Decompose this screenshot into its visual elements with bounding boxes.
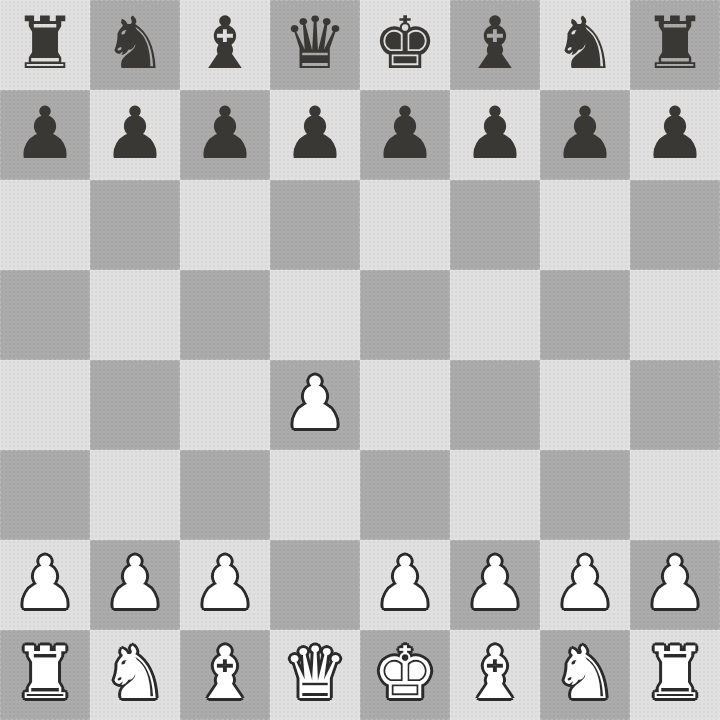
white-bishop-f1[interactable]: ♝ — [463, 637, 528, 709]
square-f3[interactable] — [450, 450, 540, 540]
square-a8[interactable]: ♜ — [0, 0, 90, 90]
square-b7[interactable]: ♟ — [90, 90, 180, 180]
square-f5[interactable] — [450, 270, 540, 360]
white-pawn-g2[interactable]: ♟ — [553, 547, 618, 619]
square-a1[interactable]: ♜ — [0, 630, 90, 720]
square-a2[interactable]: ♟ — [0, 540, 90, 630]
square-d1[interactable]: ♛ — [270, 630, 360, 720]
white-knight-g1[interactable]: ♞ — [553, 637, 618, 709]
square-g8[interactable]: ♞ — [540, 0, 630, 90]
square-f1[interactable]: ♝ — [450, 630, 540, 720]
black-king-e8[interactable]: ♚ — [373, 7, 438, 79]
square-e5[interactable] — [360, 270, 450, 360]
square-a3[interactable] — [0, 450, 90, 540]
square-d5[interactable] — [270, 270, 360, 360]
black-pawn-h7[interactable]: ♟ — [643, 97, 708, 169]
white-pawn-b2[interactable]: ♟ — [103, 547, 168, 619]
square-g4[interactable] — [540, 360, 630, 450]
square-c6[interactable] — [180, 180, 270, 270]
square-d8[interactable]: ♛ — [270, 0, 360, 90]
square-f7[interactable]: ♟ — [450, 90, 540, 180]
square-a5[interactable] — [0, 270, 90, 360]
square-d7[interactable]: ♟ — [270, 90, 360, 180]
square-e1[interactable]: ♚ — [360, 630, 450, 720]
white-queen-d1[interactable]: ♛ — [283, 637, 348, 709]
square-g5[interactable] — [540, 270, 630, 360]
white-pawn-h2[interactable]: ♟ — [643, 547, 708, 619]
square-h6[interactable] — [630, 180, 720, 270]
square-e2[interactable]: ♟ — [360, 540, 450, 630]
white-pawn-e2[interactable]: ♟ — [373, 547, 438, 619]
square-g6[interactable] — [540, 180, 630, 270]
black-knight-g8[interactable]: ♞ — [553, 7, 618, 79]
square-g1[interactable]: ♞ — [540, 630, 630, 720]
square-e3[interactable] — [360, 450, 450, 540]
square-e8[interactable]: ♚ — [360, 0, 450, 90]
chess-board: ♜♞♝♛♚♝♞♜♟♟♟♟♟♟♟♟♟♟♟♟♟♟♟♟♜♞♝♛♚♝♞♜ — [0, 0, 720, 720]
square-d2[interactable] — [270, 540, 360, 630]
square-h4[interactable] — [630, 360, 720, 450]
square-g3[interactable] — [540, 450, 630, 540]
square-b5[interactable] — [90, 270, 180, 360]
square-d4[interactable]: ♟ — [270, 360, 360, 450]
square-h2[interactable]: ♟ — [630, 540, 720, 630]
white-king-e1[interactable]: ♚ — [373, 637, 438, 709]
square-c4[interactable] — [180, 360, 270, 450]
black-pawn-b7[interactable]: ♟ — [103, 97, 168, 169]
square-e4[interactable] — [360, 360, 450, 450]
square-h8[interactable]: ♜ — [630, 0, 720, 90]
white-pawn-f2[interactable]: ♟ — [463, 547, 528, 619]
square-c2[interactable]: ♟ — [180, 540, 270, 630]
black-pawn-a7[interactable]: ♟ — [13, 97, 78, 169]
square-f6[interactable] — [450, 180, 540, 270]
square-a6[interactable] — [0, 180, 90, 270]
white-pawn-c2[interactable]: ♟ — [193, 547, 258, 619]
square-d6[interactable] — [270, 180, 360, 270]
square-h7[interactable]: ♟ — [630, 90, 720, 180]
square-c1[interactable]: ♝ — [180, 630, 270, 720]
white-rook-h1[interactable]: ♜ — [643, 637, 708, 709]
white-rook-a1[interactable]: ♜ — [13, 637, 78, 709]
square-b1[interactable]: ♞ — [90, 630, 180, 720]
black-queen-d8[interactable]: ♛ — [283, 7, 348, 79]
square-c7[interactable]: ♟ — [180, 90, 270, 180]
square-c8[interactable]: ♝ — [180, 0, 270, 90]
square-h3[interactable] — [630, 450, 720, 540]
square-h1[interactable]: ♜ — [630, 630, 720, 720]
black-knight-b8[interactable]: ♞ — [103, 7, 168, 79]
square-g2[interactable]: ♟ — [540, 540, 630, 630]
square-e6[interactable] — [360, 180, 450, 270]
square-a7[interactable]: ♟ — [0, 90, 90, 180]
square-a4[interactable] — [0, 360, 90, 450]
black-pawn-f7[interactable]: ♟ — [463, 97, 528, 169]
black-rook-a8[interactable]: ♜ — [13, 7, 78, 79]
black-pawn-c7[interactable]: ♟ — [193, 97, 258, 169]
square-h5[interactable] — [630, 270, 720, 360]
square-b8[interactable]: ♞ — [90, 0, 180, 90]
white-pawn-d4[interactable]: ♟ — [283, 367, 348, 439]
black-pawn-d7[interactable]: ♟ — [283, 97, 348, 169]
square-e7[interactable]: ♟ — [360, 90, 450, 180]
square-c5[interactable] — [180, 270, 270, 360]
black-bishop-c8[interactable]: ♝ — [193, 7, 258, 79]
square-b2[interactable]: ♟ — [90, 540, 180, 630]
square-b4[interactable] — [90, 360, 180, 450]
black-rook-h8[interactable]: ♜ — [643, 7, 708, 79]
square-d3[interactable] — [270, 450, 360, 540]
square-f4[interactable] — [450, 360, 540, 450]
square-c3[interactable] — [180, 450, 270, 540]
square-f8[interactable]: ♝ — [450, 0, 540, 90]
black-pawn-e7[interactable]: ♟ — [373, 97, 438, 169]
square-b6[interactable] — [90, 180, 180, 270]
square-g7[interactable]: ♟ — [540, 90, 630, 180]
square-b3[interactable] — [90, 450, 180, 540]
white-bishop-c1[interactable]: ♝ — [193, 637, 258, 709]
black-bishop-f8[interactable]: ♝ — [463, 7, 528, 79]
black-pawn-g7[interactable]: ♟ — [553, 97, 618, 169]
white-pawn-a2[interactable]: ♟ — [13, 547, 78, 619]
square-f2[interactable]: ♟ — [450, 540, 540, 630]
white-knight-b1[interactable]: ♞ — [103, 637, 168, 709]
